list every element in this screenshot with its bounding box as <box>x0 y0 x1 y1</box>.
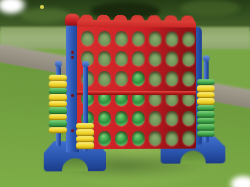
cell-r6c5 <box>147 128 164 148</box>
yellow-ring <box>76 130 94 136</box>
cell-r6c3 <box>113 128 130 148</box>
screw-dot <box>71 129 74 132</box>
cell-r6c6 <box>164 128 181 148</box>
empty-hole <box>182 31 195 46</box>
empty-hole <box>182 130 195 145</box>
green-ring <box>49 107 67 113</box>
cell-r1c4 <box>130 28 147 48</box>
empty-hole <box>148 31 161 46</box>
empty-hole <box>165 31 178 46</box>
empty-hole <box>182 71 195 86</box>
empty-hole <box>165 130 178 145</box>
board-grid <box>79 28 197 148</box>
cell-r6c2 <box>96 128 113 148</box>
cell-r2c4 <box>130 48 147 68</box>
green-disc <box>115 110 128 125</box>
left-foot-arch <box>62 158 88 171</box>
empty-hole <box>132 51 145 66</box>
yellow-ring <box>76 123 94 129</box>
yellow-ring <box>49 114 67 120</box>
screw-dot <box>71 56 74 59</box>
garden-photo-scene <box>0 0 250 187</box>
cell-r5c6 <box>164 108 181 128</box>
green-ring <box>197 111 215 117</box>
green-disc <box>132 71 145 86</box>
cell-r3c6 <box>164 68 181 88</box>
empty-hole <box>81 30 95 45</box>
empty-hole <box>148 110 161 125</box>
empty-hole <box>132 31 145 46</box>
cell-r5c4 <box>130 108 147 128</box>
cell-r5c7 <box>180 108 197 128</box>
green-ring <box>197 118 215 124</box>
cell-r2c2 <box>96 48 113 68</box>
cell-r6c4 <box>130 128 147 148</box>
board-face <box>77 27 196 149</box>
green-disc <box>132 130 145 145</box>
cell-r2c6 <box>164 48 181 68</box>
green-disc <box>132 110 145 125</box>
empty-hole <box>165 110 178 125</box>
green-ring <box>49 120 67 126</box>
connect-four-board <box>77 13 196 149</box>
screw-dot <box>71 51 74 54</box>
cell-r3c3 <box>113 68 130 88</box>
cell-r3c4 <box>130 68 147 88</box>
empty-hole <box>148 71 161 86</box>
cell-r2c3 <box>113 48 130 68</box>
cell-r1c7 <box>180 28 197 48</box>
empty-hole <box>98 50 111 65</box>
empty-hole <box>148 130 161 145</box>
cell-r1c2 <box>96 28 113 48</box>
cell-r3c2 <box>96 68 113 88</box>
empty-hole <box>98 30 111 45</box>
cell-r3c7 <box>180 68 197 88</box>
cell-r2c5 <box>147 48 164 68</box>
yellow-ring <box>49 101 67 107</box>
green-disc <box>98 111 111 126</box>
cell-r5c3 <box>113 108 130 128</box>
empty-hole <box>98 70 111 85</box>
right-ring-stack <box>197 79 215 137</box>
yellow-ring <box>197 92 215 98</box>
empty-hole <box>182 51 195 66</box>
empty-hole <box>115 51 128 66</box>
screw-dot <box>71 94 74 97</box>
yellow-ring <box>76 136 94 142</box>
cell-r2c7 <box>180 48 197 68</box>
right-foot-arch <box>180 151 205 164</box>
yellow-ring <box>49 81 67 87</box>
cell-r3c5 <box>147 68 164 88</box>
empty-hole <box>115 71 128 86</box>
empty-hole <box>165 71 178 86</box>
empty-hole <box>165 51 178 66</box>
yellow-ring <box>49 94 67 100</box>
yellow-ring <box>49 75 67 81</box>
cell-r1c3 <box>113 28 130 48</box>
front-left-ring-stack <box>76 123 94 149</box>
yellow-ring <box>197 86 215 92</box>
empty-hole <box>182 110 195 125</box>
green-ring <box>197 124 215 130</box>
green-disc <box>115 130 128 145</box>
cell-r5c2 <box>96 108 113 128</box>
board-fold-seam <box>77 91 196 95</box>
left-ring-stack <box>49 75 67 134</box>
green-ring <box>197 79 215 85</box>
yellow-ring <box>76 143 94 149</box>
green-disc <box>98 131 111 146</box>
cell-r1c6 <box>164 28 181 48</box>
green-ring <box>49 88 67 94</box>
empty-hole <box>115 31 128 46</box>
cell-r1c5 <box>147 28 164 48</box>
connect-four-structure <box>0 0 248 187</box>
green-ring <box>197 131 215 137</box>
cell-r1c1 <box>79 28 96 48</box>
green-ring <box>197 105 215 111</box>
yellow-ring <box>49 127 67 133</box>
yellow-ring <box>197 98 215 104</box>
cell-r6c7 <box>180 128 197 148</box>
cell-r5c5 <box>147 108 164 128</box>
empty-hole <box>148 51 161 66</box>
